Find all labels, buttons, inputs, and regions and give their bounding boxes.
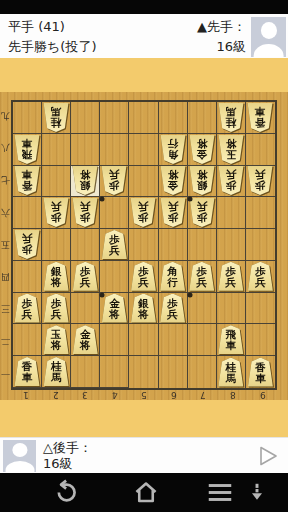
square-8三[interactable]	[217, 293, 246, 325]
status-bar	[0, 0, 288, 14]
piece-玉将-gote: 玉将	[43, 325, 69, 354]
piece-face: 歩兵	[218, 166, 244, 195]
piece-香車-gote: 香車	[247, 358, 273, 387]
square-9六[interactable]	[246, 197, 275, 229]
game-info: 平手 (41) 先手勝ち(投了)	[8, 17, 96, 57]
bottom-player-label: △後手：	[43, 440, 92, 456]
piece-face: 歩兵	[72, 262, 98, 291]
header: 平手 (41) 先手勝ち(投了) ▲先手： 16級	[0, 14, 288, 58]
square-1三[interactable]: 歩兵	[13, 293, 42, 325]
piece-face: 桂馬	[43, 357, 69, 386]
top-player-avatar	[251, 17, 286, 57]
piece-玉将-sente: 玉将	[218, 135, 244, 164]
square-5一[interactable]	[129, 356, 158, 388]
piece-金将-gote: 金将	[101, 294, 127, 323]
piece-歩兵-gote: 歩兵	[130, 262, 156, 291]
square-4三[interactable]: 金将	[100, 293, 129, 325]
board-area: 九八七六五四三二一 桂馬桂馬香車飛車角行金将玉将香車銀将歩兵金将銀将歩兵歩兵歩兵…	[0, 92, 288, 400]
file-label: 5	[129, 390, 159, 400]
back-icon[interactable]	[51, 479, 79, 506]
piece-飛車-gote: 飛車	[218, 325, 244, 354]
square-2五[interactable]	[42, 229, 71, 261]
file-label: 8	[218, 390, 248, 400]
square-9七[interactable]: 歩兵	[246, 166, 275, 198]
square-7三[interactable]	[188, 293, 217, 325]
home-icon[interactable]	[132, 479, 160, 506]
square-2八[interactable]	[42, 134, 71, 166]
square-3三[interactable]	[71, 293, 100, 325]
square-1八[interactable]: 飛車	[13, 134, 42, 166]
square-2九[interactable]: 桂馬	[42, 102, 71, 134]
piece-face: 歩兵	[189, 198, 215, 227]
square-5七[interactable]	[129, 166, 158, 198]
square-7九[interactable]	[188, 102, 217, 134]
square-3七[interactable]: 銀将	[71, 166, 100, 198]
square-2三[interactable]: 歩兵	[42, 293, 71, 325]
square-2一[interactable]: 桂馬	[42, 356, 71, 388]
square-7八[interactable]: 金将	[188, 134, 217, 166]
piece-歩兵-gote: 歩兵	[72, 262, 98, 291]
square-9一[interactable]: 香車	[246, 356, 275, 388]
file-label: 9	[248, 390, 278, 400]
file-labels: 123456789	[11, 390, 277, 400]
square-8二[interactable]: 飛車	[217, 324, 246, 356]
square-1一[interactable]: 香車	[13, 356, 42, 388]
square-5五[interactable]	[129, 229, 158, 261]
square-9八[interactable]	[246, 134, 275, 166]
rank-label: 八	[0, 132, 11, 164]
piece-face: 飛車	[218, 325, 244, 354]
piece-face: 歩兵	[247, 166, 273, 195]
square-3一[interactable]	[71, 356, 100, 388]
square-3五[interactable]	[71, 229, 100, 261]
square-1六[interactable]	[13, 197, 42, 229]
square-8一[interactable]: 桂馬	[217, 356, 246, 388]
piece-face: 香車	[14, 166, 40, 195]
piece-face: 歩兵	[101, 166, 127, 195]
game-result: 先手勝ち(投了)	[8, 37, 96, 57]
square-4一[interactable]	[100, 356, 129, 388]
piece-face: 歩兵	[130, 198, 156, 227]
file-label: 3	[70, 390, 100, 400]
top-player-rank: 16級	[197, 37, 246, 57]
piece-face: 金将	[189, 135, 215, 164]
file-label: 2	[41, 390, 71, 400]
piece-face: 飛車	[14, 135, 40, 164]
square-8八[interactable]: 玉将	[217, 134, 246, 166]
file-label: 1	[11, 390, 41, 400]
square-1二[interactable]	[13, 324, 42, 356]
rank-label: 五	[0, 229, 11, 261]
play-button[interactable]	[256, 444, 280, 468]
square-8五[interactable]	[217, 229, 246, 261]
piece-銀将-gote: 銀将	[130, 294, 156, 323]
square-7五[interactable]	[188, 229, 217, 261]
piece-歩兵-gote: 歩兵	[247, 262, 273, 291]
rank-label: 九	[0, 100, 11, 132]
piece-歩兵-sente: 歩兵	[247, 166, 273, 195]
square-4二[interactable]	[100, 324, 129, 356]
piece-face: 銀将	[43, 262, 69, 291]
piece-香車-sente: 香車	[247, 103, 273, 132]
square-3九[interactable]	[71, 102, 100, 134]
piece-香車-gote: 香車	[14, 357, 40, 386]
square-7二[interactable]	[188, 324, 217, 356]
piece-桂馬-sente: 桂馬	[43, 103, 69, 132]
piece-金将-sente: 金将	[160, 166, 186, 195]
piece-face: 銀将	[189, 166, 215, 195]
square-4七[interactable]: 歩兵	[100, 166, 129, 198]
piece-銀将-gote: 銀将	[43, 262, 69, 291]
piece-桂馬-gote: 桂馬	[43, 357, 69, 386]
piece-face: 桂馬	[218, 358, 244, 387]
piece-角行-sente: 角行	[160, 135, 186, 164]
piece-歩兵-gote: 歩兵	[14, 294, 40, 323]
piece-face: 歩兵	[14, 230, 40, 259]
square-6九[interactable]	[159, 102, 188, 134]
file-label: 4	[100, 390, 130, 400]
hoshi-dot	[100, 197, 105, 202]
square-7四[interactable]: 歩兵	[188, 261, 217, 293]
gote-captured-tray	[0, 400, 288, 437]
square-8六[interactable]	[217, 197, 246, 229]
shogi-board: 桂馬桂馬香車飛車角行金将玉将香車銀将歩兵金将銀将歩兵歩兵歩兵歩兵歩兵歩兵歩兵歩兵…	[11, 100, 277, 390]
hoshi-dot	[187, 292, 192, 297]
piece-face: 歩兵	[14, 294, 40, 323]
piece-face: 玉将	[43, 325, 69, 354]
square-8四[interactable]: 歩兵	[217, 261, 246, 293]
rank-label: 六	[0, 197, 11, 229]
piece-歩兵-sente: 歩兵	[101, 166, 127, 195]
piece-銀将-sente: 銀将	[72, 166, 98, 195]
square-5三[interactable]: 銀将	[129, 293, 158, 325]
footer: △後手： 16級	[0, 437, 288, 473]
top-player-info: ▲先手： 16級	[197, 17, 251, 57]
play-triangle-icon	[257, 445, 279, 467]
rank-labels: 九八七六五四三二一	[0, 100, 11, 390]
piece-face: 歩兵	[43, 198, 69, 227]
square-9二[interactable]	[246, 324, 275, 356]
piece-face: 金将	[160, 166, 186, 195]
piece-face: 歩兵	[189, 262, 215, 291]
square-9五[interactable]	[246, 229, 275, 261]
rank-label: 一	[0, 358, 11, 390]
piece-歩兵-sente: 歩兵	[160, 198, 186, 227]
piece-飛車-sente: 飛車	[14, 135, 40, 164]
piece-歩兵-sente: 歩兵	[43, 198, 69, 227]
piece-角行-gote: 角行	[160, 262, 186, 291]
file-label: 6	[159, 390, 189, 400]
android-nav-bar	[0, 473, 288, 512]
square-1五[interactable]: 歩兵	[13, 229, 42, 261]
piece-銀将-sente: 銀将	[189, 166, 215, 195]
piece-face: 銀将	[72, 166, 98, 195]
piece-face: 歩兵	[160, 294, 186, 323]
square-9九[interactable]: 香車	[246, 102, 275, 134]
piece-face: 桂馬	[43, 103, 69, 132]
piece-face: 角行	[160, 262, 186, 291]
square-9四[interactable]: 歩兵	[246, 261, 275, 293]
square-6六[interactable]: 歩兵	[159, 197, 188, 229]
file-label: 7	[188, 390, 218, 400]
square-3四[interactable]: 歩兵	[71, 261, 100, 293]
rank-label: 七	[0, 164, 11, 196]
down-arrow-icon[interactable]	[246, 479, 268, 506]
square-2六[interactable]: 歩兵	[42, 197, 71, 229]
square-1九[interactable]	[13, 102, 42, 134]
piece-歩兵-sente: 歩兵	[189, 198, 215, 227]
hoshi-dot	[100, 292, 105, 297]
rank-label: 四	[0, 261, 11, 293]
piece-香車-sente: 香車	[14, 166, 40, 195]
piece-face: 銀将	[130, 294, 156, 323]
hoshi-dot	[187, 197, 192, 202]
square-6五[interactable]	[159, 229, 188, 261]
bottom-player-rank: 16級	[43, 456, 92, 472]
piece-face: 歩兵	[247, 262, 273, 291]
bottom-player-info: △後手： 16級	[43, 440, 92, 472]
top-player-label: ▲先手：	[197, 17, 246, 37]
square-8九[interactable]: 桂馬	[217, 102, 246, 134]
square-6八[interactable]: 角行	[159, 134, 188, 166]
piece-歩兵-gote: 歩兵	[101, 230, 127, 259]
piece-face: 歩兵	[101, 230, 127, 259]
piece-歩兵-sente: 歩兵	[72, 198, 98, 227]
piece-歩兵-sente: 歩兵	[14, 230, 40, 259]
square-9三[interactable]	[246, 293, 275, 325]
piece-歩兵-gote: 歩兵	[160, 294, 186, 323]
piece-face: 角行	[160, 135, 186, 164]
piece-face: 歩兵	[160, 198, 186, 227]
square-7六[interactable]: 歩兵	[188, 197, 217, 229]
piece-歩兵-gote: 歩兵	[218, 262, 244, 291]
square-5九[interactable]	[129, 102, 158, 134]
sente-captured-tray	[0, 58, 288, 92]
square-4九[interactable]	[100, 102, 129, 134]
square-6一[interactable]	[159, 356, 188, 388]
square-1七[interactable]: 香車	[13, 166, 42, 198]
square-7一[interactable]	[188, 356, 217, 388]
square-3二[interactable]: 金将	[71, 324, 100, 356]
game-type-and-moves: 平手 (41)	[8, 17, 96, 37]
bottom-player-avatar	[3, 440, 36, 472]
square-2二[interactable]: 玉将	[42, 324, 71, 356]
square-4五[interactable]: 歩兵	[100, 229, 129, 261]
square-1四[interactable]	[13, 261, 42, 293]
piece-face: 金将	[101, 294, 127, 323]
square-4四[interactable]	[100, 261, 129, 293]
piece-face: 桂馬	[218, 103, 244, 132]
square-8七[interactable]: 歩兵	[217, 166, 246, 198]
piece-桂馬-gote: 桂馬	[218, 358, 244, 387]
piece-face: 歩兵	[43, 294, 69, 323]
square-6七[interactable]: 金将	[159, 166, 188, 198]
piece-歩兵-sente: 歩兵	[218, 166, 244, 195]
piece-桂馬-sente: 桂馬	[218, 103, 244, 132]
square-5六[interactable]: 歩兵	[129, 197, 158, 229]
piece-歩兵-gote: 歩兵	[189, 262, 215, 291]
rank-label: 二	[0, 326, 11, 358]
square-7七[interactable]: 銀将	[188, 166, 217, 198]
square-5八[interactable]	[129, 134, 158, 166]
piece-金将-sente: 金将	[189, 135, 215, 164]
menu-icon[interactable]	[206, 479, 234, 506]
piece-歩兵-sente: 歩兵	[130, 198, 156, 227]
piece-face: 歩兵	[72, 198, 98, 227]
square-6二[interactable]	[159, 324, 188, 356]
square-3六[interactable]: 歩兵	[71, 197, 100, 229]
square-5二[interactable]	[129, 324, 158, 356]
shogi-app-screen: 平手 (41) 先手勝ち(投了) ▲先手： 16級 九八七六五四三二一 桂馬桂馬…	[0, 0, 288, 512]
piece-face: 香車	[247, 358, 273, 387]
piece-face: 香車	[247, 103, 273, 132]
square-6三[interactable]: 歩兵	[159, 293, 188, 325]
piece-face: 金将	[72, 325, 98, 354]
square-2四[interactable]: 銀将	[42, 261, 71, 293]
square-4八[interactable]	[100, 134, 129, 166]
piece-face: 玉将	[218, 135, 244, 164]
square-5四[interactable]: 歩兵	[129, 261, 158, 293]
rank-label: 三	[0, 293, 11, 325]
piece-face: 歩兵	[130, 262, 156, 291]
piece-face: 歩兵	[218, 262, 244, 291]
piece-金将-gote: 金将	[72, 325, 98, 354]
piece-face: 香車	[14, 357, 40, 386]
square-3八[interactable]	[71, 134, 100, 166]
piece-歩兵-gote: 歩兵	[43, 294, 69, 323]
square-6四[interactable]: 角行	[159, 261, 188, 293]
square-4六[interactable]	[100, 197, 129, 229]
square-2七[interactable]	[42, 166, 71, 198]
